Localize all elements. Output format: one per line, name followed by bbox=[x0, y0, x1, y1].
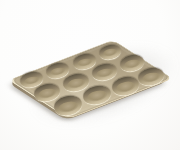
product-photo-muffin-pan bbox=[0, 0, 180, 150]
